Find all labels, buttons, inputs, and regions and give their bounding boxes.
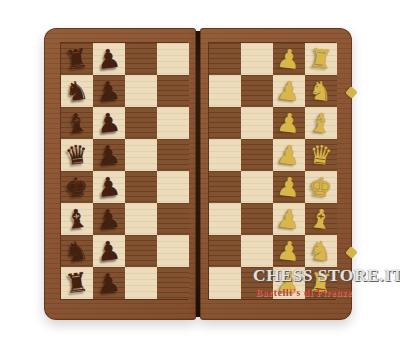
black-pawn-piece[interactable]: ♟ [95, 170, 122, 205]
white-pawn-piece[interactable]: ♟ [275, 42, 302, 77]
square-r7c3[interactable] [125, 235, 157, 267]
square-r8c4[interactable] [157, 267, 189, 299]
square-r1c5[interactable] [209, 43, 241, 75]
square-r2c5[interactable] [209, 75, 241, 107]
black-queen-piece[interactable]: ♛ [63, 138, 90, 173]
square-r3c5[interactable] [209, 107, 241, 139]
square-r8c7[interactable]: ♟ [273, 267, 305, 299]
square-r7c7[interactable]: ♟ [273, 235, 305, 267]
black-rook-piece[interactable]: ♜ [63, 42, 90, 77]
square-r4c7[interactable]: ♟ [273, 139, 305, 171]
square-r6c4[interactable] [157, 203, 189, 235]
square-r8c6[interactable] [241, 267, 273, 299]
white-bishop-piece[interactable]: ♝ [307, 202, 334, 237]
square-r6c8[interactable]: ♝ [305, 203, 337, 235]
square-r5c5[interactable] [209, 171, 241, 203]
white-king-piece[interactable]: ♚ [307, 170, 334, 205]
black-bishop-piece[interactable]: ♝ [63, 202, 90, 237]
square-r7c2[interactable]: ♟ [93, 235, 125, 267]
square-r3c6[interactable] [241, 107, 273, 139]
square-r3c1[interactable]: ♝ [61, 107, 93, 139]
white-pawn-piece[interactable]: ♟ [275, 202, 302, 237]
white-knight-piece[interactable]: ♞ [307, 234, 334, 269]
black-king-piece[interactable]: ♚ [63, 170, 90, 205]
black-pawn-piece[interactable]: ♟ [95, 106, 122, 141]
square-r6c7[interactable]: ♟ [273, 203, 305, 235]
white-rook-piece[interactable]: ♜ [307, 42, 334, 77]
black-pawn-piece[interactable]: ♟ [95, 138, 122, 173]
board-left-half: ♜♟♞♟♝♟♛♟♚♟♝♟♞♟♜♟ [44, 28, 196, 320]
square-r8c3[interactable] [125, 267, 157, 299]
folding-chess-board: ♜♟♞♟♝♟♛♟♚♟♝♟♞♟♜♟ ♟♜♟♞♟♝♟♛♟♚♟♝♟♞♟♜ [44, 28, 352, 320]
square-r7c8[interactable]: ♞ [305, 235, 337, 267]
black-knight-piece[interactable]: ♞ [63, 74, 90, 109]
black-pawn-piece[interactable]: ♟ [95, 42, 122, 77]
square-r3c8[interactable]: ♝ [305, 107, 337, 139]
square-r8c1[interactable]: ♜ [61, 267, 93, 299]
square-r1c8[interactable]: ♜ [305, 43, 337, 75]
square-r7c1[interactable]: ♞ [61, 235, 93, 267]
square-r8c8[interactable]: ♜ [305, 267, 337, 299]
square-r5c3[interactable] [125, 171, 157, 203]
square-r4c2[interactable]: ♟ [93, 139, 125, 171]
square-r4c8[interactable]: ♛ [305, 139, 337, 171]
black-bishop-piece[interactable]: ♝ [63, 106, 90, 141]
square-r4c1[interactable]: ♛ [61, 139, 93, 171]
square-r3c4[interactable] [157, 107, 189, 139]
white-queen-piece[interactable]: ♛ [307, 138, 334, 173]
square-r4c4[interactable] [157, 139, 189, 171]
black-rook-piece[interactable]: ♜ [63, 266, 90, 301]
square-r2c3[interactable] [125, 75, 157, 107]
black-pawn-piece[interactable]: ♟ [95, 202, 122, 237]
black-pawn-piece[interactable]: ♟ [95, 266, 122, 301]
white-pawn-piece[interactable]: ♟ [275, 266, 302, 301]
square-r1c1[interactable]: ♜ [61, 43, 93, 75]
square-r4c5[interactable] [209, 139, 241, 171]
square-r3c2[interactable]: ♟ [93, 107, 125, 139]
square-r2c7[interactable]: ♟ [273, 75, 305, 107]
square-r6c6[interactable] [241, 203, 273, 235]
black-pawn-piece[interactable]: ♟ [95, 74, 122, 109]
square-r5c2[interactable]: ♟ [93, 171, 125, 203]
square-r7c4[interactable] [157, 235, 189, 267]
square-r2c6[interactable] [241, 75, 273, 107]
white-rook-piece[interactable]: ♜ [307, 266, 334, 301]
square-r5c6[interactable] [241, 171, 273, 203]
square-r7c5[interactable] [209, 235, 241, 267]
square-r5c8[interactable]: ♚ [305, 171, 337, 203]
square-r7c6[interactable] [241, 235, 273, 267]
square-r5c4[interactable] [157, 171, 189, 203]
square-r4c3[interactable] [125, 139, 157, 171]
square-r1c3[interactable] [125, 43, 157, 75]
white-pawn-piece[interactable]: ♟ [275, 234, 302, 269]
white-bishop-piece[interactable]: ♝ [307, 106, 334, 141]
square-r2c4[interactable] [157, 75, 189, 107]
square-r5c1[interactable]: ♚ [61, 171, 93, 203]
square-r6c2[interactable]: ♟ [93, 203, 125, 235]
square-r6c5[interactable] [209, 203, 241, 235]
square-r2c1[interactable]: ♞ [61, 75, 93, 107]
white-pawn-piece[interactable]: ♟ [275, 74, 302, 109]
white-pawn-piece[interactable]: ♟ [275, 106, 302, 141]
square-r1c2[interactable]: ♟ [93, 43, 125, 75]
left-half-squares: ♜♟♞♟♝♟♛♟♚♟♝♟♞♟♜♟ [60, 42, 188, 300]
square-r8c2[interactable]: ♟ [93, 267, 125, 299]
square-r1c7[interactable]: ♟ [273, 43, 305, 75]
square-r2c8[interactable]: ♞ [305, 75, 337, 107]
white-pawn-piece[interactable]: ♟ [275, 170, 302, 205]
square-r3c7[interactable]: ♟ [273, 107, 305, 139]
square-r4c6[interactable] [241, 139, 273, 171]
square-r6c1[interactable]: ♝ [61, 203, 93, 235]
chess-set-photo: ♜♟♞♟♝♟♛♟♚♟♝♟♞♟♜♟ ♟♜♟♞♟♝♟♛♟♚♟♝♟♞♟♜ CHESS … [0, 0, 400, 360]
square-r2c2[interactable]: ♟ [93, 75, 125, 107]
square-r6c3[interactable] [125, 203, 157, 235]
square-r5c7[interactable]: ♟ [273, 171, 305, 203]
square-r8c5[interactable] [209, 267, 241, 299]
white-knight-piece[interactable]: ♞ [307, 74, 334, 109]
white-pawn-piece[interactable]: ♟ [275, 138, 302, 173]
board-right-half: ♟♜♟♞♟♝♟♛♟♚♟♝♟♞♟♜ [200, 28, 352, 320]
black-pawn-piece[interactable]: ♟ [95, 234, 122, 269]
square-r3c3[interactable] [125, 107, 157, 139]
square-r1c6[interactable] [241, 43, 273, 75]
square-r1c4[interactable] [157, 43, 189, 75]
right-half-squares: ♟♜♟♞♟♝♟♛♟♚♟♝♟♞♟♜ [208, 42, 336, 300]
black-knight-piece[interactable]: ♞ [63, 234, 90, 269]
